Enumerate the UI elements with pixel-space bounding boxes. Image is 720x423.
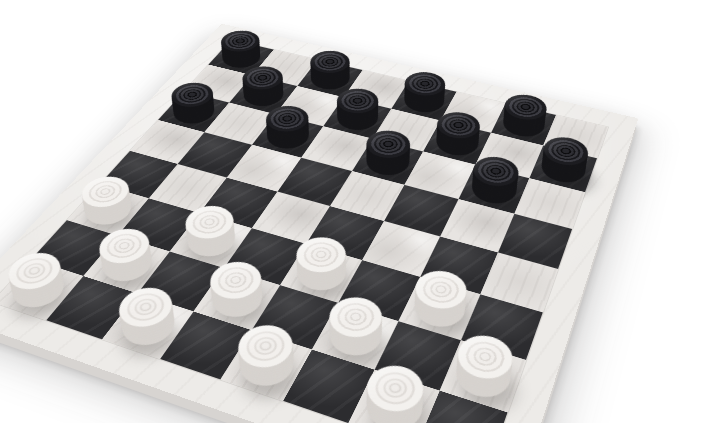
black-checker[interactable]: [431, 125, 484, 159]
white-checker[interactable]: [93, 241, 160, 286]
white-checker[interactable]: [113, 300, 184, 351]
marble-board: [0, 23, 638, 423]
black-checker[interactable]: [260, 118, 315, 152]
white-checker[interactable]: [449, 347, 516, 403]
white-checker[interactable]: [289, 249, 353, 295]
black-checker[interactable]: [399, 85, 450, 116]
white-checker[interactable]: [76, 189, 140, 229]
black-checker[interactable]: [331, 101, 384, 133]
black-checker[interactable]: [498, 107, 549, 140]
white-checker[interactable]: [359, 377, 430, 423]
black-checker[interactable]: [466, 169, 521, 207]
white-checker[interactable]: [408, 283, 472, 332]
black-checker[interactable]: [537, 150, 590, 187]
square-r2c8[interactable]: [529, 145, 597, 192]
black-checker[interactable]: [360, 143, 415, 179]
board-grid: [0, 39, 608, 423]
board-photo-scene: [0, 0, 720, 423]
white-checker[interactable]: [322, 309, 389, 361]
white-checker[interactable]: [179, 218, 243, 261]
black-checker[interactable]: [305, 63, 356, 92]
